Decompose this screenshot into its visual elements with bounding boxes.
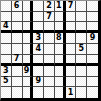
- cell-r3c6-empty[interactable]: [55, 22, 66, 33]
- given-digit: 7: [68, 2, 74, 10]
- cell-r7c6-empty[interactable]: [55, 66, 66, 77]
- cell-r8c8-empty[interactable]: [76, 77, 87, 88]
- cell-r2c7-empty[interactable]: [66, 12, 77, 23]
- cell-r5c5-empty[interactable]: [44, 44, 55, 55]
- given-digit: 8: [56, 34, 62, 42]
- cell-r9c1-empty[interactable]: [1, 87, 12, 98]
- cell-r9c5-empty[interactable]: [44, 87, 55, 98]
- cell-r3c5-empty[interactable]: [44, 22, 55, 33]
- cell-r5c6-empty[interactable]: [55, 44, 66, 55]
- cell-r3c4-empty[interactable]: [33, 22, 44, 33]
- cell-r7c3-given: 9: [23, 66, 34, 77]
- given-digit: 1: [68, 89, 74, 97]
- cell-r2c4-empty[interactable]: [33, 12, 44, 23]
- given-digit: 7: [46, 13, 52, 21]
- sudoku-board: 62177438945739591: [0, 0, 101, 101]
- cell-r9c2-empty[interactable]: [12, 87, 23, 98]
- given-digit: 5: [3, 77, 9, 85]
- cell-r3c3-empty[interactable]: [23, 22, 34, 33]
- cell-r7c4-empty[interactable]: [33, 66, 44, 77]
- cell-r8c9-empty[interactable]: [87, 77, 98, 88]
- cell-r8c3-empty[interactable]: [23, 77, 34, 88]
- cell-r6c9-empty[interactable]: [87, 55, 98, 66]
- cell-r2c5-given: 7: [44, 12, 55, 23]
- cell-r6c8-empty[interactable]: [76, 55, 87, 66]
- cell-r6c3-empty[interactable]: [23, 55, 34, 66]
- cell-r6c5-empty[interactable]: [44, 55, 55, 66]
- cell-r8c6-empty[interactable]: [55, 77, 66, 88]
- cell-r3c7-empty[interactable]: [66, 22, 77, 33]
- cell-r4c9-given: 9: [87, 33, 98, 44]
- given-digit: 5: [79, 45, 85, 53]
- cell-r1c7-given: 7: [66, 1, 77, 12]
- cell-r4c4-given: 3: [33, 33, 44, 44]
- cell-r2c9-empty[interactable]: [87, 12, 98, 23]
- cell-r5c9-empty[interactable]: [87, 44, 98, 55]
- cell-r7c1-given: 3: [1, 66, 12, 77]
- given-digit: 1: [56, 2, 62, 10]
- given-digit: 9: [90, 34, 96, 42]
- cell-r7c5-empty[interactable]: [44, 66, 55, 77]
- cell-r3c1-given: 4: [1, 22, 12, 33]
- cell-r4c7-empty[interactable]: [66, 33, 77, 44]
- given-digit: 7: [14, 55, 20, 63]
- cell-r6c6-empty[interactable]: [55, 55, 66, 66]
- cell-r9c7-given: 1: [66, 87, 77, 98]
- cell-r2c3-empty[interactable]: [23, 12, 34, 23]
- given-digit: 4: [35, 45, 41, 53]
- given-digit: 3: [3, 67, 9, 75]
- given-digit: 3: [35, 34, 41, 42]
- cell-r8c5-empty[interactable]: [44, 77, 55, 88]
- cell-r4c2-empty[interactable]: [12, 33, 23, 44]
- cell-r1c3-empty[interactable]: [23, 1, 34, 12]
- cell-r5c1-empty[interactable]: [1, 44, 12, 55]
- cell-r7c2-empty[interactable]: [12, 66, 23, 77]
- cell-r2c6-empty[interactable]: [55, 12, 66, 23]
- cell-r7c8-empty[interactable]: [76, 66, 87, 77]
- cell-r5c4-given: 4: [33, 44, 44, 55]
- cell-r4c1-empty[interactable]: [1, 33, 12, 44]
- cell-r8c7-empty[interactable]: [66, 77, 77, 88]
- given-digit: 2: [46, 2, 52, 10]
- cell-r5c7-empty[interactable]: [66, 44, 77, 55]
- cell-r3c2-empty[interactable]: [12, 22, 23, 33]
- cell-r8c4-given: 9: [33, 77, 44, 88]
- cell-r2c8-empty[interactable]: [76, 12, 87, 23]
- cell-r3c8-empty[interactable]: [76, 22, 87, 33]
- cell-r1c6-given: 1: [55, 1, 66, 12]
- cell-r4c5-empty[interactable]: [44, 33, 55, 44]
- cell-r9c9-empty[interactable]: [87, 87, 98, 98]
- cell-r5c3-empty[interactable]: [23, 44, 34, 55]
- cell-r8c1-given: 5: [1, 77, 12, 88]
- cell-r9c8-empty[interactable]: [76, 87, 87, 98]
- cell-r1c1-empty[interactable]: [1, 1, 12, 12]
- cell-r4c6-given: 8: [55, 33, 66, 44]
- given-digit: 9: [24, 67, 30, 75]
- cell-r6c7-empty[interactable]: [66, 55, 77, 66]
- cell-r1c5-given: 2: [44, 1, 55, 12]
- cell-r7c7-empty[interactable]: [66, 66, 77, 77]
- cell-r6c2-given: 7: [12, 55, 23, 66]
- given-digit: 6: [14, 2, 20, 10]
- cell-r1c8-empty[interactable]: [76, 1, 87, 12]
- cell-r7c9-empty[interactable]: [87, 66, 98, 77]
- cell-r5c8-given: 5: [76, 44, 87, 55]
- cell-r9c4-empty[interactable]: [33, 87, 44, 98]
- cell-r2c2-empty[interactable]: [12, 12, 23, 23]
- cell-r9c6-empty[interactable]: [55, 87, 66, 98]
- cell-r4c3-empty[interactable]: [23, 33, 34, 44]
- cell-r3c9-empty[interactable]: [87, 22, 98, 33]
- cell-r1c2-given: 6: [12, 1, 23, 12]
- given-digit: 4: [3, 22, 9, 30]
- given-digit: 9: [35, 77, 41, 85]
- cell-r9c3-empty[interactable]: [23, 87, 34, 98]
- cell-r1c9-empty[interactable]: [87, 1, 98, 12]
- cell-r6c4-empty[interactable]: [33, 55, 44, 66]
- cell-r1c4-empty[interactable]: [33, 1, 44, 12]
- cell-r8c2-empty[interactable]: [12, 77, 23, 88]
- cell-r6c1-empty[interactable]: [1, 55, 12, 66]
- cell-r4c8-empty[interactable]: [76, 33, 87, 44]
